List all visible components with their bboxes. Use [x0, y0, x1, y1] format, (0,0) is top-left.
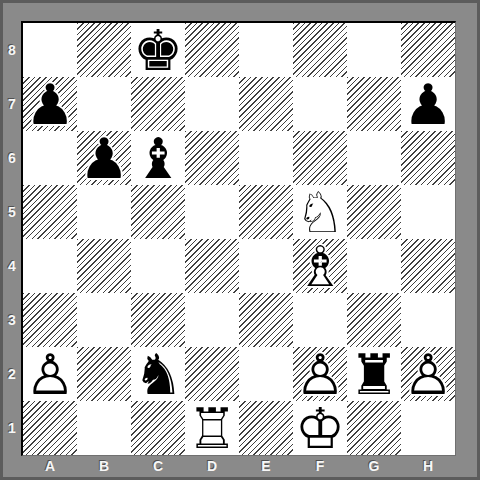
square-e6[interactable]: [239, 131, 293, 185]
square-c4[interactable]: [131, 239, 185, 293]
rank-label-8: 8: [3, 23, 21, 77]
white-rook-fill: ♜: [185, 402, 239, 456]
square-d3[interactable]: [185, 293, 239, 347]
square-c1[interactable]: [131, 401, 185, 455]
square-f5[interactable]: ♞♘: [293, 185, 347, 239]
rank-labels: 87654321: [3, 23, 21, 455]
square-d4[interactable]: [185, 239, 239, 293]
black-pawn-fill: ♟: [401, 78, 455, 132]
rank-label-5: 5: [3, 185, 21, 239]
square-c7[interactable]: [131, 77, 185, 131]
square-a8[interactable]: [23, 23, 77, 77]
square-b8[interactable]: [77, 23, 131, 77]
white-knight: ♘: [293, 186, 347, 240]
square-b1[interactable]: [77, 401, 131, 455]
square-d5[interactable]: [185, 185, 239, 239]
square-f7[interactable]: [293, 77, 347, 131]
square-g3[interactable]: [347, 293, 401, 347]
rank-label-3: 3: [3, 293, 21, 347]
file-label-d: D: [185, 458, 239, 474]
rank-label-6: 6: [3, 131, 21, 185]
square-a6[interactable]: [23, 131, 77, 185]
file-label-a: A: [23, 458, 77, 474]
white-pawn: ♙: [401, 348, 455, 402]
square-h7[interactable]: ♟♟: [401, 77, 455, 131]
black-king-fill: ♚: [131, 24, 185, 78]
square-e3[interactable]: [239, 293, 293, 347]
square-g6[interactable]: [347, 131, 401, 185]
black-king: ♚: [131, 24, 185, 78]
chess-board: ♚♚♟♟♟♟♟♟♝♝♞♘♝♗♟♙♞♞♟♙♜♜♟♙♜♖♚♔: [21, 21, 456, 456]
white-pawn-fill: ♟: [23, 348, 77, 402]
white-pawn-fill: ♟: [293, 348, 347, 402]
black-pawn: ♟: [401, 78, 455, 132]
square-f4[interactable]: ♝♗: [293, 239, 347, 293]
square-b2[interactable]: [77, 347, 131, 401]
square-b6[interactable]: ♟♟: [77, 131, 131, 185]
square-h2[interactable]: ♟♙: [401, 347, 455, 401]
white-king: ♔: [293, 402, 347, 456]
square-a4[interactable]: [23, 239, 77, 293]
white-knight-fill: ♞: [293, 186, 347, 240]
black-rook-fill: ♜: [347, 348, 401, 402]
white-pawn-fill: ♟: [401, 348, 455, 402]
file-label-b: B: [77, 458, 131, 474]
square-g4[interactable]: [347, 239, 401, 293]
square-d7[interactable]: [185, 77, 239, 131]
square-e2[interactable]: [239, 347, 293, 401]
square-d8[interactable]: [185, 23, 239, 77]
chess-diagram-frame: 87654321 ♚♚♟♟♟♟♟♟♝♝♞♘♝♗♟♙♞♞♟♙♜♜♟♙♜♖♚♔ AB…: [0, 0, 480, 480]
white-bishop-fill: ♝: [293, 240, 347, 294]
square-e7[interactable]: [239, 77, 293, 131]
file-labels: ABCDEFGH: [23, 456, 458, 476]
black-pawn-fill: ♟: [77, 132, 131, 186]
white-pawn: ♙: [293, 348, 347, 402]
square-c3[interactable]: [131, 293, 185, 347]
square-h4[interactable]: [401, 239, 455, 293]
square-h1[interactable]: [401, 401, 455, 455]
square-f6[interactable]: [293, 131, 347, 185]
square-d2[interactable]: [185, 347, 239, 401]
rank-label-2: 2: [3, 347, 21, 401]
square-b5[interactable]: [77, 185, 131, 239]
black-knight: ♞: [131, 348, 185, 402]
black-bishop-fill: ♝: [131, 132, 185, 186]
white-bishop: ♗: [293, 240, 347, 294]
file-label-f: F: [293, 458, 347, 474]
file-label-h: H: [401, 458, 455, 474]
square-c6[interactable]: ♝♝: [131, 131, 185, 185]
black-knight-fill: ♞: [131, 348, 185, 402]
square-a7[interactable]: ♟♟: [23, 77, 77, 131]
square-e1[interactable]: [239, 401, 293, 455]
square-h3[interactable]: [401, 293, 455, 347]
rank-label-1: 1: [3, 401, 21, 455]
white-pawn: ♙: [23, 348, 77, 402]
square-a1[interactable]: [23, 401, 77, 455]
square-h6[interactable]: [401, 131, 455, 185]
black-pawn: ♟: [77, 132, 131, 186]
white-king-fill: ♚: [293, 402, 347, 456]
square-d1[interactable]: ♜♖: [185, 401, 239, 455]
square-c5[interactable]: [131, 185, 185, 239]
square-c2[interactable]: ♞♞: [131, 347, 185, 401]
black-pawn: ♟: [23, 78, 77, 132]
square-h8[interactable]: [401, 23, 455, 77]
square-e8[interactable]: [239, 23, 293, 77]
square-f1[interactable]: ♚♔: [293, 401, 347, 455]
square-g7[interactable]: [347, 77, 401, 131]
square-a5[interactable]: [23, 185, 77, 239]
file-label-c: C: [131, 458, 185, 474]
square-a2[interactable]: ♟♙: [23, 347, 77, 401]
square-h5[interactable]: [401, 185, 455, 239]
file-label-e: E: [239, 458, 293, 474]
white-rook: ♖: [185, 402, 239, 456]
black-rook: ♜: [347, 348, 401, 402]
square-b7[interactable]: [77, 77, 131, 131]
square-b3[interactable]: [77, 293, 131, 347]
square-d6[interactable]: [185, 131, 239, 185]
square-f8[interactable]: [293, 23, 347, 77]
square-f2[interactable]: ♟♙: [293, 347, 347, 401]
square-b4[interactable]: [77, 239, 131, 293]
black-bishop: ♝: [131, 132, 185, 186]
square-f3[interactable]: [293, 293, 347, 347]
square-c8[interactable]: ♚♚: [131, 23, 185, 77]
square-g1[interactable]: [347, 401, 401, 455]
square-e5[interactable]: [239, 185, 293, 239]
square-e4[interactable]: [239, 239, 293, 293]
square-g8[interactable]: [347, 23, 401, 77]
square-g2[interactable]: ♜♜: [347, 347, 401, 401]
black-pawn-fill: ♟: [23, 78, 77, 132]
rank-label-4: 4: [3, 239, 21, 293]
file-label-g: G: [347, 458, 401, 474]
square-a3[interactable]: [23, 293, 77, 347]
square-g5[interactable]: [347, 185, 401, 239]
rank-label-7: 7: [3, 77, 21, 131]
